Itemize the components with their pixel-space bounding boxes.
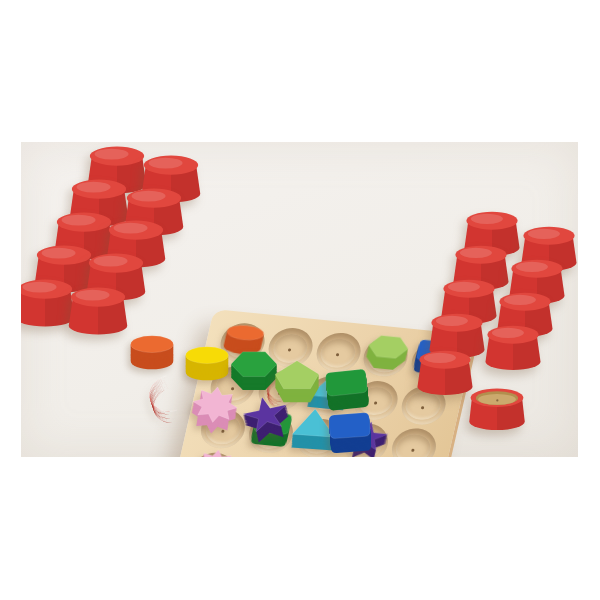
board-piece-pink-star8[interactable]: [185, 442, 244, 457]
cover-cup-open[interactable]: [464, 374, 530, 440]
red-cup-glyph: [481, 313, 545, 377]
red-cup-glyph: [64, 274, 132, 342]
blue-cube-glyph: [322, 406, 378, 457]
pink-star8-glyph: [187, 380, 243, 436]
loose-piece-pink-star8[interactable]: [187, 380, 243, 436]
loose-piece-red-crescent[interactable]: [138, 369, 194, 425]
loose-piece-blue-cube[interactable]: [322, 406, 378, 457]
cover-cup-right-8[interactable]: [481, 313, 545, 377]
recess-r4c2[interactable]: [235, 455, 287, 457]
photo-area: [21, 142, 578, 457]
pink-star8-glyph: [185, 442, 244, 457]
red-crescent-glyph: [138, 369, 194, 425]
cover-cup-left-10[interactable]: [64, 274, 132, 342]
recess-r3c5[interactable]: [388, 427, 440, 457]
product-photo: [0, 0, 600, 600]
red-cup-open-glyph: [464, 374, 530, 440]
